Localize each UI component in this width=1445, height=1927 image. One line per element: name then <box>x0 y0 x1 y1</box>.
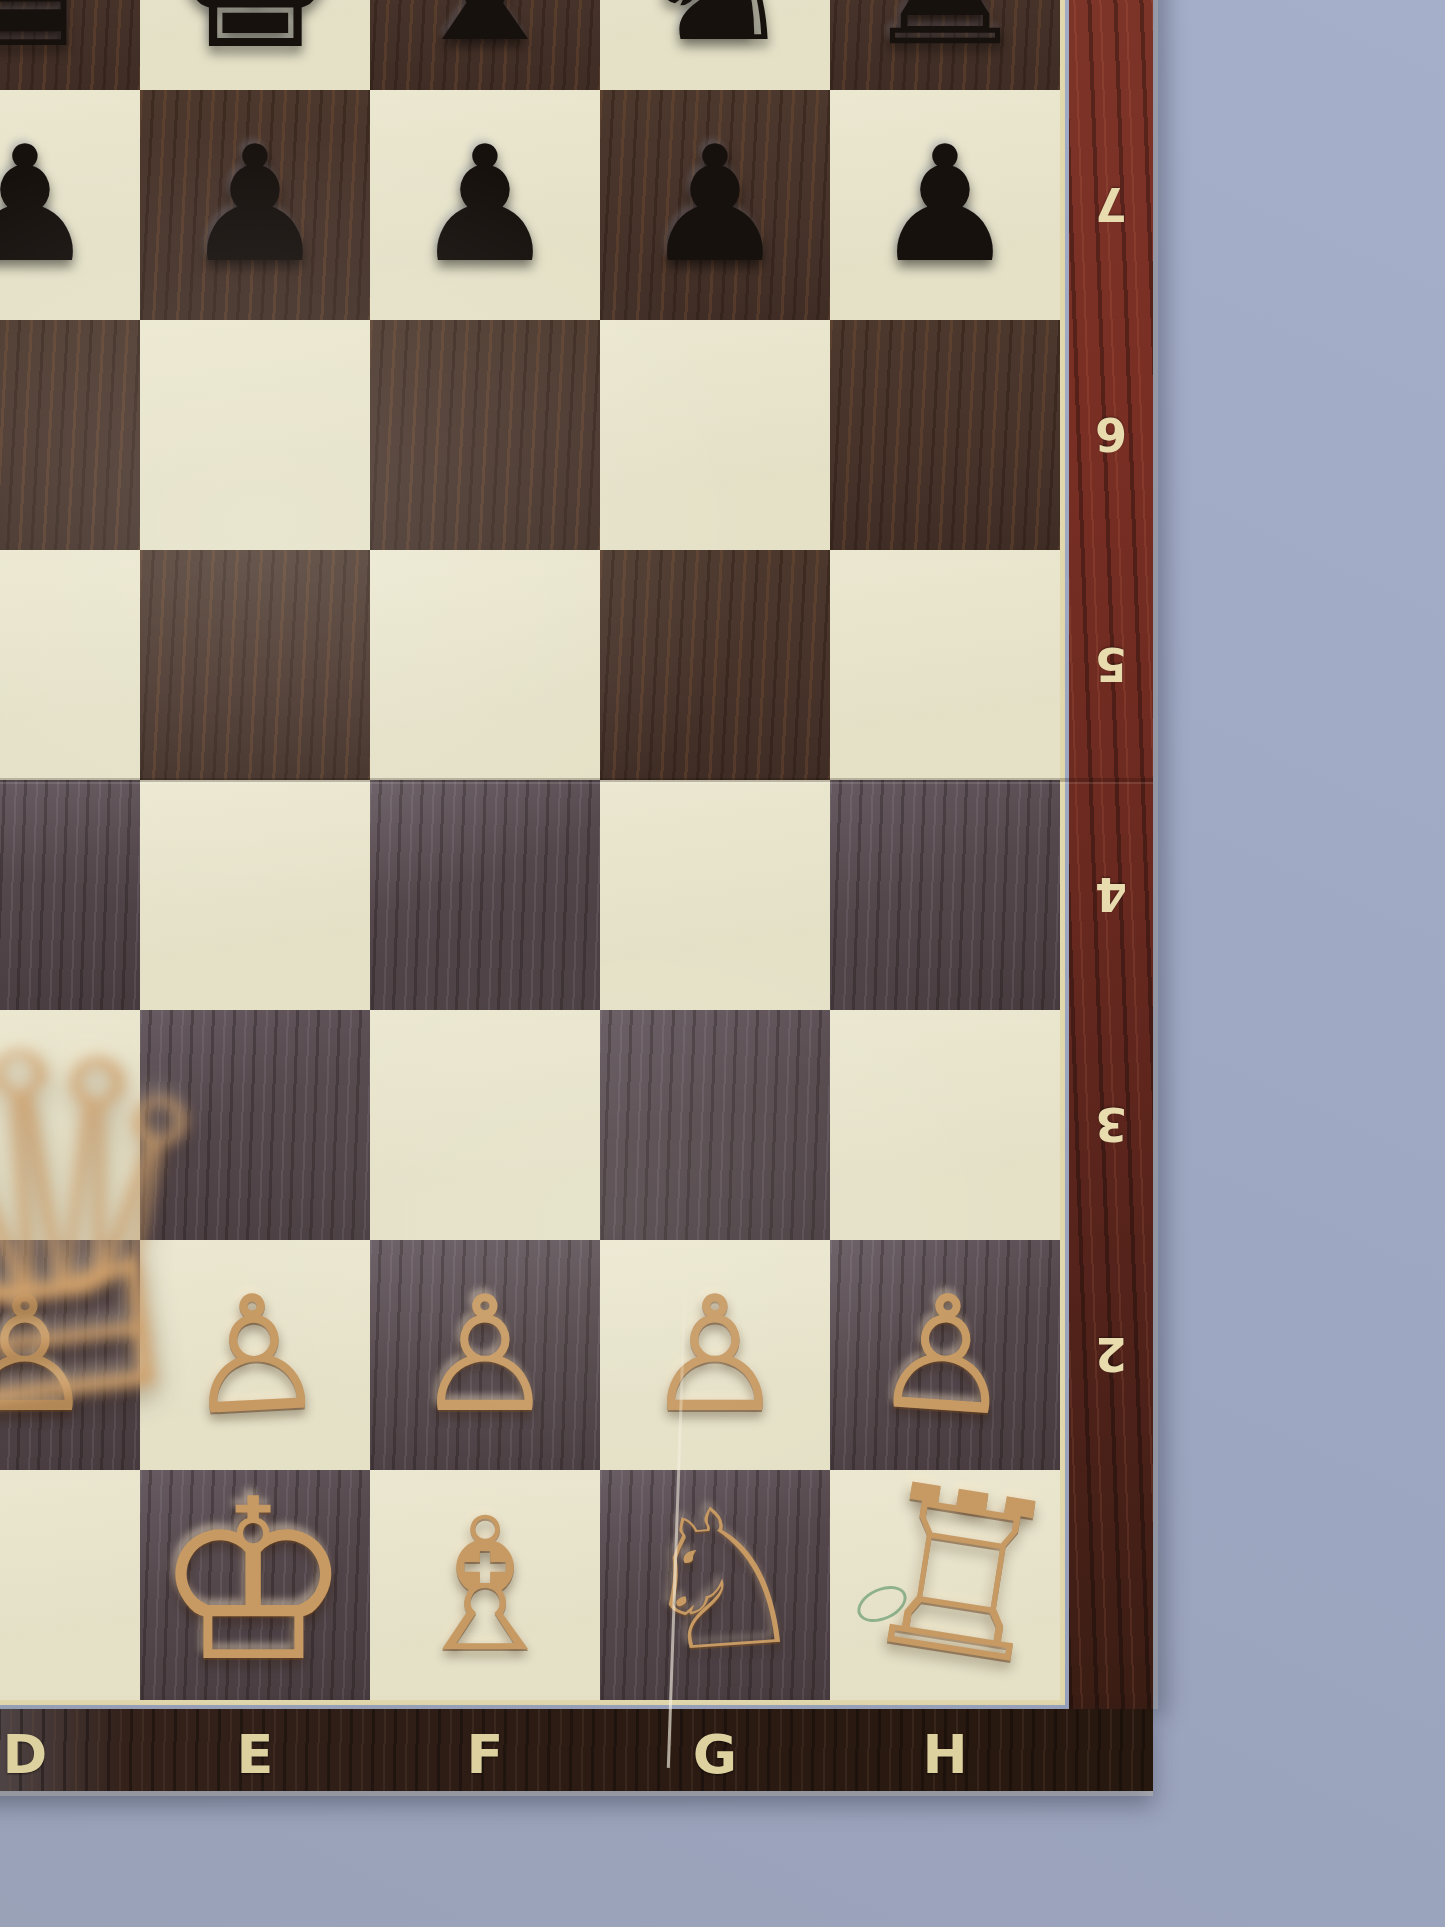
square-f7[interactable]: ♟ <box>370 90 600 320</box>
board-fold-seam <box>0 778 1153 782</box>
bottom-coordinate-border: CDEFGH <box>0 1709 1153 1791</box>
square-h7[interactable]: ♟ <box>830 90 1060 320</box>
square-d8[interactable]: ♛ <box>0 0 140 90</box>
square-h3[interactable] <box>830 1010 1060 1240</box>
piece-f7-bP[interactable]: ♟ <box>413 125 556 285</box>
piece-g8-bN[interactable]: ♞ <box>633 0 798 67</box>
square-g2[interactable]: ♙ <box>600 1240 830 1470</box>
square-e1[interactable]: ♔ <box>140 1470 370 1700</box>
piece-e7-bP[interactable]: ♟ <box>183 125 326 285</box>
square-g8[interactable]: ♞ <box>600 0 830 90</box>
square-f1[interactable]: ♗ <box>370 1470 600 1700</box>
square-g4[interactable] <box>600 780 830 1010</box>
piece-h1-wR[interactable]: ♖ <box>846 1450 1077 1700</box>
right-coordinate-border: 8765432 <box>1069 0 1153 1709</box>
piece-h8-bR[interactable]: ♜ <box>857 0 1033 73</box>
photo-of-chessboard: { "meta": { "description": "Overhead pho… <box>0 0 1445 1927</box>
square-f6[interactable] <box>370 320 600 550</box>
piece-h2-wP[interactable]: ♙ <box>868 1270 1022 1440</box>
piece-e8-bK[interactable]: ♚ <box>163 0 348 78</box>
rank-label-4: 4 <box>1069 867 1153 921</box>
square-f3[interactable] <box>370 1010 600 1240</box>
square-f2[interactable]: ♙ <box>370 1240 600 1470</box>
piece-d8-bQ[interactable]: ♛ <box>0 0 116 77</box>
piece-h7-bP[interactable]: ♟ <box>873 125 1016 285</box>
square-d5[interactable] <box>0 550 140 780</box>
square-e5[interactable] <box>140 550 370 780</box>
square-h5[interactable] <box>830 550 1060 780</box>
piece-g2-wP[interactable]: ♙ <box>643 1275 786 1435</box>
square-f4[interactable] <box>370 780 600 1010</box>
square-g5[interactable] <box>600 550 830 780</box>
square-g1[interactable]: ♘ <box>600 1470 830 1700</box>
rank-label-5: 5 <box>1069 637 1153 691</box>
square-h2[interactable]: ♙ <box>830 1240 1060 1470</box>
piece-d7-bP[interactable]: ♟ <box>0 125 97 285</box>
piece-f1-wB[interactable]: ♗ <box>403 1493 568 1677</box>
rank-label-2: 2 <box>1069 1327 1153 1381</box>
chess-board: ♝♛♚♝♞♜♟♟♟♟♟♟♙♙♙♙♙♙♗♔♗♘♖ 8765432 CDEFGH <box>0 0 1153 1791</box>
rank-label-7: 7 <box>1069 177 1153 231</box>
piece-g1-wN[interactable]: ♘ <box>629 1478 813 1681</box>
square-f5[interactable] <box>370 550 600 780</box>
square-f8[interactable]: ♝ <box>370 0 600 90</box>
rank-label-8: 8 <box>1069 0 1153 1</box>
square-h1[interactable]: ♖ <box>830 1470 1060 1700</box>
piece-f8-bB[interactable]: ♝ <box>403 0 568 67</box>
piece-e1-wK[interactable]: ♔ <box>153 1470 352 1692</box>
square-d7[interactable]: ♟ <box>0 90 140 320</box>
square-e8[interactable]: ♚ <box>140 0 370 90</box>
file-label-d: D <box>0 1723 55 1786</box>
file-label-e: E <box>225 1723 285 1786</box>
square-h4[interactable] <box>830 780 1060 1010</box>
piece-f2-wP[interactable]: ♙ <box>413 1275 556 1435</box>
square-h8[interactable]: ♜ <box>830 0 1060 90</box>
square-g7[interactable]: ♟ <box>600 90 830 320</box>
square-d6[interactable] <box>0 320 140 550</box>
rank-label-3: 3 <box>1069 1097 1153 1151</box>
square-g6[interactable] <box>600 320 830 550</box>
square-e6[interactable] <box>140 320 370 550</box>
square-e7[interactable]: ♟ <box>140 90 370 320</box>
file-label-h: H <box>915 1723 975 1786</box>
piece-g7-bP[interactable]: ♟ <box>643 125 786 285</box>
square-g3[interactable] <box>600 1010 830 1240</box>
file-label-g: G <box>685 1723 745 1786</box>
file-label-f: F <box>455 1723 515 1786</box>
rank-label-6: 6 <box>1069 407 1153 461</box>
square-h6[interactable] <box>830 320 1060 550</box>
